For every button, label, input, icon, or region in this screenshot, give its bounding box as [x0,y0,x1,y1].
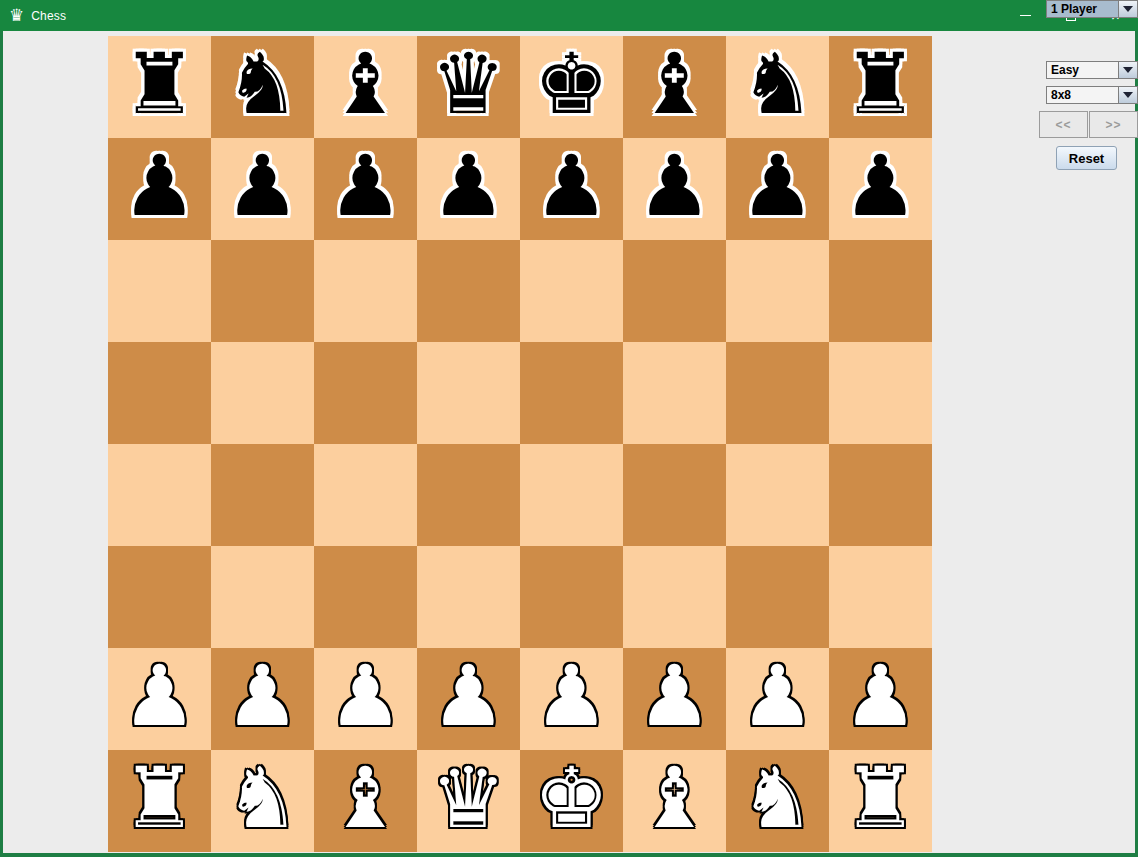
white-knight-icon: ♞ [740,756,815,840]
square-h7[interactable]: ♟ [829,138,932,240]
square-e3[interactable] [520,546,623,648]
square-c2[interactable]: ♟ [314,648,417,750]
square-e8[interactable]: ♚ [520,36,623,138]
black-pawn-icon: ♟ [740,144,815,228]
black-pawn-icon: ♟ [637,144,712,228]
chevron-down-icon [1123,6,1133,12]
square-b7[interactable]: ♟ [211,138,314,240]
square-d4[interactable] [417,444,520,546]
black-pawn-icon: ♟ [225,144,300,228]
square-g5[interactable] [726,342,829,444]
black-pawn-icon: ♟ [534,144,609,228]
titlebar: ♛ Chess × [0,0,1138,31]
chevron-down-icon [1123,67,1133,73]
white-pawn-icon: ♟ [843,654,918,738]
square-a1[interactable]: ♜ [108,750,211,852]
square-f8[interactable]: ♝ [623,36,726,138]
black-knight-icon: ♞ [225,42,300,126]
white-bishop-icon: ♝ [637,756,712,840]
square-e7[interactable]: ♟ [520,138,623,240]
white-bishop-icon: ♝ [328,756,403,840]
square-a7[interactable]: ♟ [108,138,211,240]
square-b4[interactable] [211,444,314,546]
square-h2[interactable]: ♟ [829,648,932,750]
square-b6[interactable] [211,240,314,342]
square-f7[interactable]: ♟ [623,138,726,240]
white-queen-icon: ♛ [431,756,506,840]
black-bishop-icon: ♝ [328,42,403,126]
difficulty-value: Easy [1047,62,1118,78]
white-pawn-icon: ♟ [637,654,712,738]
black-pawn-icon: ♟ [431,144,506,228]
square-d7[interactable]: ♟ [417,138,520,240]
black-knight-icon: ♞ [740,42,815,126]
square-f1[interactable]: ♝ [623,750,726,852]
square-g6[interactable] [726,240,829,342]
player-count-select[interactable]: 1 Player [1046,0,1138,18]
window-title: Chess [31,9,66,23]
square-d8[interactable]: ♛ [417,36,520,138]
square-g8[interactable]: ♞ [726,36,829,138]
square-c1[interactable]: ♝ [314,750,417,852]
square-h4[interactable] [829,444,932,546]
chess-board: ♜♞♝♛♚♝♞♜♟♟♟♟♟♟♟♟♟♟♟♟♟♟♟♟♜♞♝♛♚♝♞♜ [108,36,932,852]
square-g3[interactable] [726,546,829,648]
difficulty-select[interactable]: Easy [1046,61,1138,79]
square-g1[interactable]: ♞ [726,750,829,852]
square-a4[interactable] [108,444,211,546]
square-f2[interactable]: ♟ [623,648,726,750]
black-bishop-icon: ♝ [637,42,712,126]
square-d2[interactable]: ♟ [417,648,520,750]
app-chess-icon: ♛ [9,7,24,24]
difficulty-dropdown-button[interactable] [1118,62,1137,78]
square-g4[interactable] [726,444,829,546]
square-b5[interactable] [211,342,314,444]
square-c7[interactable]: ♟ [314,138,417,240]
square-c4[interactable] [314,444,417,546]
square-f4[interactable] [623,444,726,546]
square-f3[interactable] [623,546,726,648]
chess-app-window: ♛ Chess × ♜♞♝♛♚♝♞♜♟♟♟♟♟♟♟♟♟♟♟♟♟♟♟♟♜♞♝♛♚♝… [0,0,1138,857]
square-d5[interactable] [417,342,520,444]
white-pawn-icon: ♟ [431,654,506,738]
square-e6[interactable] [520,240,623,342]
black-pawn-icon: ♟ [328,144,403,228]
square-g2[interactable]: ♟ [726,648,829,750]
square-c3[interactable] [314,546,417,648]
white-pawn-icon: ♟ [740,654,815,738]
white-rook-icon: ♜ [843,756,918,840]
square-a3[interactable] [108,546,211,648]
white-pawn-icon: ♟ [225,654,300,738]
square-f5[interactable] [623,342,726,444]
square-b1[interactable]: ♞ [211,750,314,852]
square-c5[interactable] [314,342,417,444]
white-pawn-icon: ♟ [534,654,609,738]
square-e4[interactable] [520,444,623,546]
square-h1[interactable]: ♜ [829,750,932,852]
square-c8[interactable]: ♝ [314,36,417,138]
board-size-dropdown-button[interactable] [1118,87,1137,103]
square-d3[interactable] [417,546,520,648]
square-h6[interactable] [829,240,932,342]
player-count-value: 1 Player [1047,1,1118,17]
square-f6[interactable] [623,240,726,342]
white-rook-icon: ♜ [122,756,197,840]
square-h3[interactable] [829,546,932,648]
square-e1[interactable]: ♚ [520,750,623,852]
white-pawn-icon: ♟ [122,654,197,738]
square-b3[interactable] [211,546,314,648]
black-queen-icon: ♛ [431,42,506,126]
square-b2[interactable]: ♟ [211,648,314,750]
square-e5[interactable] [520,342,623,444]
square-g7[interactable]: ♟ [726,138,829,240]
square-d6[interactable] [417,240,520,342]
board-size-select[interactable]: 8x8 [1046,86,1138,104]
square-c6[interactable] [314,240,417,342]
white-king-icon: ♚ [534,756,609,840]
square-e2[interactable]: ♟ [520,648,623,750]
square-a2[interactable]: ♟ [108,648,211,750]
minimize-button[interactable] [1003,0,1048,31]
square-h5[interactable] [829,342,932,444]
chevron-down-icon [1123,92,1133,98]
square-b8[interactable]: ♞ [211,36,314,138]
black-pawn-icon: ♟ [122,144,197,228]
white-pawn-icon: ♟ [328,654,403,738]
black-rook-icon: ♜ [843,42,918,126]
board-size-value: 8x8 [1047,87,1118,103]
player-count-dropdown-button[interactable] [1118,1,1137,17]
redo-move-button[interactable]: >> [1089,111,1138,138]
undo-move-button[interactable]: << [1039,111,1088,138]
square-a5[interactable] [108,342,211,444]
white-knight-icon: ♞ [225,756,300,840]
black-pawn-icon: ♟ [843,144,918,228]
black-rook-icon: ♜ [122,42,197,126]
square-a6[interactable] [108,240,211,342]
black-king-icon: ♚ [534,42,609,126]
square-a8[interactable]: ♜ [108,36,211,138]
square-d1[interactable]: ♛ [417,750,520,852]
minimize-icon [1020,15,1031,16]
reset-button[interactable]: Reset [1056,146,1117,170]
square-h8[interactable]: ♜ [829,36,932,138]
